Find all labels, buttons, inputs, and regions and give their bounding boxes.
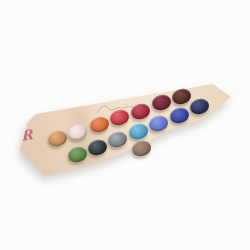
button-sample-card: R [0,0,250,250]
handwritten-letter-r: R [20,127,33,142]
scene: R [0,0,250,250]
card-shadow: R [0,0,250,250]
